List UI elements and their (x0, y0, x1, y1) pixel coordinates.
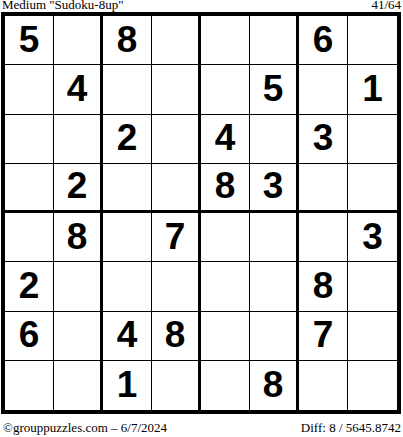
cell-r2c8[interactable]: 1 (348, 65, 397, 114)
given-digit: 8 (67, 218, 88, 255)
given-digit: 8 (117, 21, 138, 58)
cell-r4c1[interactable] (5, 164, 54, 213)
page-number: 41/64 (371, 0, 401, 11)
cell-r3c8[interactable] (348, 115, 397, 164)
given-digit: 4 (117, 316, 138, 353)
cell-r4c7[interactable] (299, 164, 348, 213)
cell-r7c7[interactable]: 7 (299, 312, 348, 361)
sudoku-grid: 58645124328387328648718 (1, 12, 401, 414)
cell-r3c5[interactable]: 4 (201, 115, 250, 164)
cell-r6c5[interactable] (201, 262, 250, 311)
cell-r8c7[interactable] (299, 361, 348, 410)
given-digit: 3 (313, 119, 334, 156)
cell-r8c3[interactable]: 1 (103, 361, 152, 410)
cell-r4c2[interactable]: 2 (54, 164, 103, 213)
cell-r8c4[interactable] (152, 361, 201, 410)
cell-r7c5[interactable] (201, 312, 250, 361)
given-digit: 8 (215, 167, 236, 204)
cell-r7c3[interactable]: 4 (103, 312, 152, 361)
cell-r5c7[interactable] (299, 213, 348, 262)
cell-r7c6[interactable] (250, 312, 299, 361)
cell-r1c7[interactable]: 6 (299, 16, 348, 65)
cell-r4c8[interactable] (348, 164, 397, 213)
cell-r6c3[interactable] (103, 262, 152, 311)
cell-r6c6[interactable] (250, 262, 299, 311)
copyright-text: ©grouppuzzles.com – 6/7/2024 (3, 420, 167, 435)
cell-r7c2[interactable] (54, 312, 103, 361)
cell-r1c6[interactable] (250, 16, 299, 65)
cell-r1c5[interactable] (201, 16, 250, 65)
cell-r5c1[interactable] (5, 213, 54, 262)
cell-r5c8[interactable]: 3 (348, 213, 397, 262)
given-digit: 8 (165, 316, 186, 353)
cell-r4c4[interactable] (152, 164, 201, 213)
cell-r6c7[interactable]: 8 (299, 262, 348, 311)
cell-r8c2[interactable] (54, 361, 103, 410)
given-digit: 2 (19, 267, 40, 304)
cell-r1c4[interactable] (152, 16, 201, 65)
cell-r5c3[interactable] (103, 213, 152, 262)
cell-r5c5[interactable] (201, 213, 250, 262)
puzzle-page: Medium "Sudoku-8up" 41/64 58645124328387… (0, 0, 403, 437)
page-title: Medium "Sudoku-8up" (2, 0, 123, 11)
cell-r5c6[interactable] (250, 213, 299, 262)
cell-r3c4[interactable] (152, 115, 201, 164)
given-digit: 2 (67, 167, 88, 204)
given-digit: 5 (263, 70, 284, 107)
cell-r8c5[interactable] (201, 361, 250, 410)
cell-r6c2[interactable] (54, 262, 103, 311)
cell-r1c2[interactable] (54, 16, 103, 65)
cell-r4c3[interactable] (103, 164, 152, 213)
difficulty-text: Diff: 8 / 5645.8742 (301, 420, 401, 435)
given-digit: 3 (362, 218, 383, 255)
cell-r7c4[interactable]: 8 (152, 312, 201, 361)
cell-r2c5[interactable] (201, 65, 250, 114)
given-digit: 6 (313, 21, 334, 58)
given-digit: 1 (117, 366, 138, 403)
cell-r3c2[interactable] (54, 115, 103, 164)
cell-r2c7[interactable] (299, 65, 348, 114)
header: Medium "Sudoku-8up" 41/64 (2, 0, 401, 11)
cell-r4c6[interactable]: 3 (250, 164, 299, 213)
cell-r8c8[interactable] (348, 361, 397, 410)
footer: ©grouppuzzles.com – 6/7/2024 Diff: 8 / 5… (3, 419, 401, 435)
given-digit: 4 (67, 70, 88, 107)
given-digit: 7 (165, 218, 186, 255)
given-digit: 7 (313, 316, 334, 353)
given-digit: 2 (117, 119, 138, 156)
cell-r3c6[interactable] (250, 115, 299, 164)
given-digit: 8 (313, 267, 334, 304)
given-digit: 3 (263, 167, 284, 204)
cell-r7c1[interactable]: 6 (5, 312, 54, 361)
cell-r3c3[interactable]: 2 (103, 115, 152, 164)
cell-r2c6[interactable]: 5 (250, 65, 299, 114)
given-digit: 5 (19, 21, 40, 58)
cell-r1c8[interactable] (348, 16, 397, 65)
cell-r6c8[interactable] (348, 262, 397, 311)
cell-r5c2[interactable]: 8 (54, 213, 103, 262)
cell-r2c1[interactable] (5, 65, 54, 114)
cell-r4c5[interactable]: 8 (201, 164, 250, 213)
cell-r1c1[interactable]: 5 (5, 16, 54, 65)
cell-r8c6[interactable]: 8 (250, 361, 299, 410)
given-digit: 6 (19, 316, 40, 353)
cell-r7c8[interactable] (348, 312, 397, 361)
given-digit: 1 (362, 70, 383, 107)
cell-r2c2[interactable]: 4 (54, 65, 103, 114)
given-digit: 4 (215, 119, 236, 156)
cell-r5c4[interactable]: 7 (152, 213, 201, 262)
cell-r3c1[interactable] (5, 115, 54, 164)
cell-r6c1[interactable]: 2 (5, 262, 54, 311)
cell-r1c3[interactable]: 8 (103, 16, 152, 65)
cell-r6c4[interactable] (152, 262, 201, 311)
cell-r3c7[interactable]: 3 (299, 115, 348, 164)
given-digit: 8 (263, 366, 284, 403)
cell-r2c4[interactable] (152, 65, 201, 114)
cell-r2c3[interactable] (103, 65, 152, 114)
cell-r8c1[interactable] (5, 361, 54, 410)
